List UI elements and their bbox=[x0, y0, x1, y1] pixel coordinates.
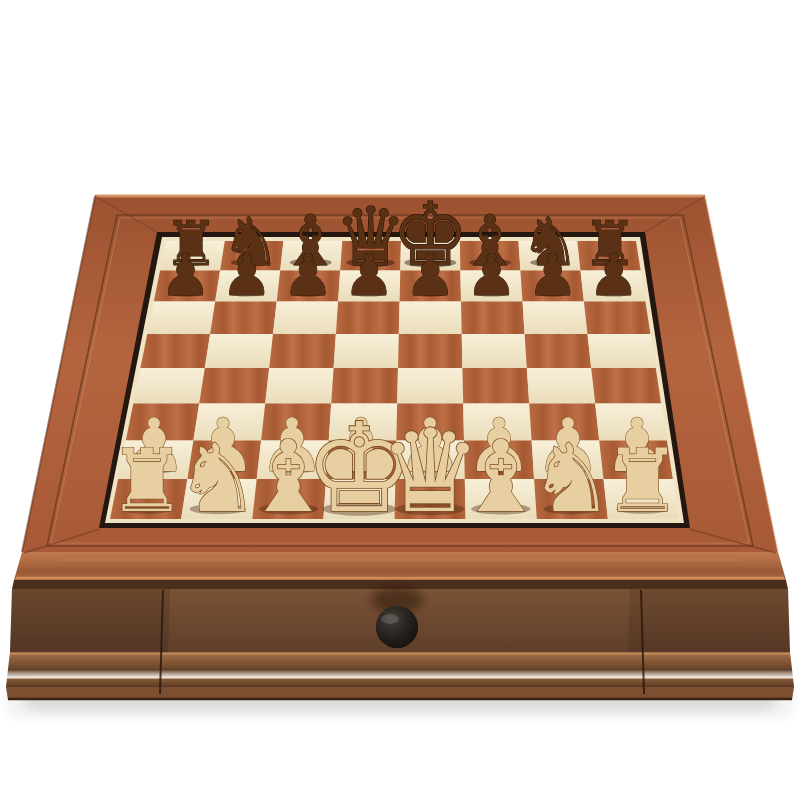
piece-black-pawn-a7: ♟ bbox=[160, 242, 212, 309]
front-left-shading bbox=[10, 589, 170, 652]
square-f5 bbox=[462, 334, 527, 368]
piece-black-pawn-c7: ♟ bbox=[282, 242, 334, 309]
drawer-knob-shading bbox=[376, 606, 418, 648]
scene-canvas: ♜♞♝♛♚♝♞♜♟♟♟♟♟♟♟♟♟♟♟♟♟♟♟♟♜♞♝♚♛♝♞♜ bbox=[0, 0, 800, 800]
square-g4 bbox=[527, 368, 595, 404]
piece-black-pawn-d7: ♟ bbox=[343, 242, 395, 309]
chess-set-photo: ♜♞♝♛♚♝♞♜♟♟♟♟♟♟♟♟♟♟♟♟♟♟♟♟♜♞♝♚♛♝♞♜ bbox=[0, 0, 800, 800]
frame-front-bevel bbox=[14, 552, 786, 580]
square-f4 bbox=[462, 368, 529, 404]
piece-black-pawn-f7: ♟ bbox=[466, 242, 518, 309]
square-e5 bbox=[398, 334, 462, 368]
square-h4 bbox=[591, 368, 661, 404]
piece-black-pawn-e7: ♟ bbox=[405, 242, 457, 309]
front-right-shading bbox=[628, 589, 790, 652]
square-d5 bbox=[334, 334, 399, 368]
square-c5 bbox=[269, 334, 336, 368]
square-h5 bbox=[588, 334, 656, 368]
piece-white-rook-h1: ♜ bbox=[603, 430, 681, 532]
knob-highlight bbox=[381, 614, 399, 624]
square-b4 bbox=[199, 368, 269, 404]
base-molding-cove bbox=[6, 669, 794, 687]
piece-white-knight-g1: ♞ bbox=[529, 423, 614, 533]
piece-black-pawn-h7: ♟ bbox=[588, 242, 640, 309]
piece-black-pawn-b7: ♟ bbox=[221, 242, 273, 309]
square-a5 bbox=[140, 334, 210, 368]
piece-black-pawn-g7: ♟ bbox=[527, 242, 579, 309]
square-a4 bbox=[133, 368, 205, 404]
piece-white-rook-a1: ♜ bbox=[108, 430, 186, 532]
square-b5 bbox=[205, 334, 273, 368]
square-g5 bbox=[525, 334, 592, 368]
